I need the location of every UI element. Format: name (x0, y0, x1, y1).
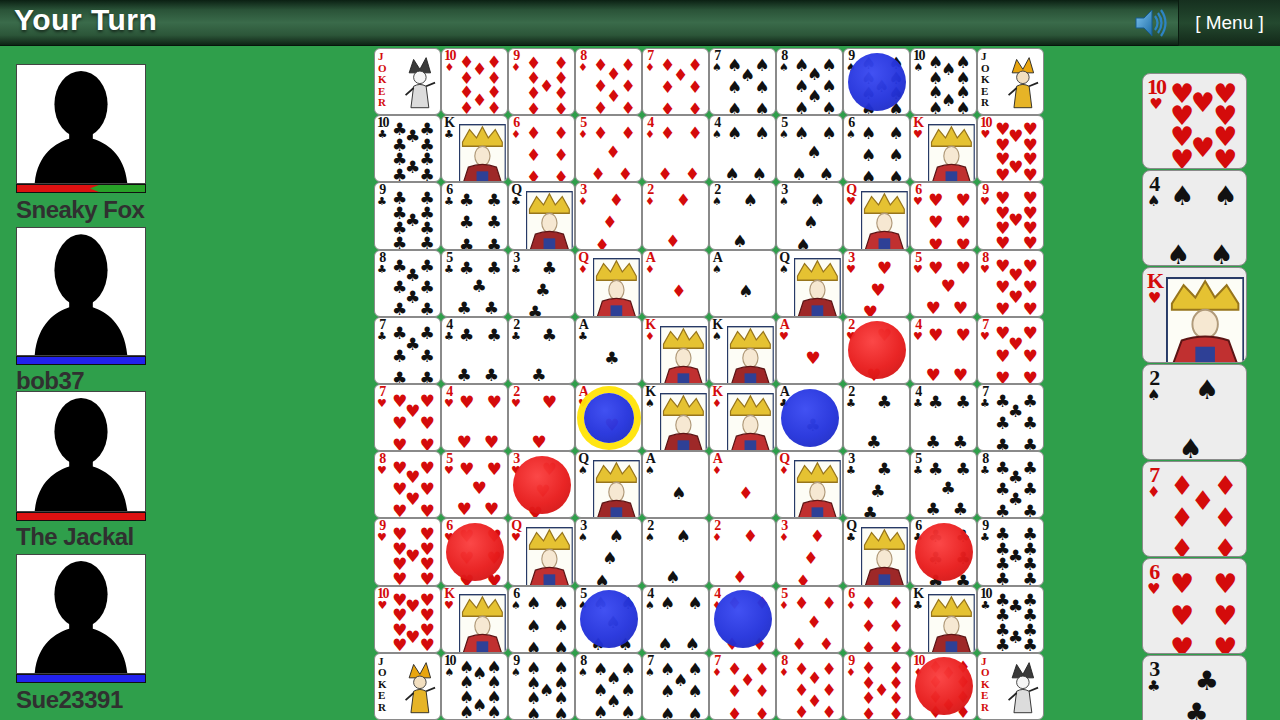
board-cell-r10c5[interactable]: 7♠♠♠♠♠♠♠♠ (642, 653, 709, 720)
suit-pip: ♥ (1008, 159, 1023, 176)
face-card-portrait (526, 191, 573, 249)
card-index: Q♦ (578, 251, 588, 275)
joker-jester-icon (402, 659, 438, 716)
board-cell-r3c5[interactable]: 2♦♦♦ (642, 182, 709, 249)
board-cell-r7c8[interactable]: 3♣♣♣♣ (843, 451, 910, 518)
suit-pip: ♣ (953, 434, 968, 451)
board-cell-r1c5[interactable]: 7♦♦♦♦♦♦♦♦ (642, 48, 709, 115)
face-card-portrait (660, 393, 707, 451)
board-cell-r9c9[interactable]: K♣ (910, 586, 977, 653)
suit-pip: ♣ (486, 259, 501, 276)
board-cell-r4c2[interactable]: 5♣♣♣♣♣♣ (441, 250, 508, 317)
board-cell-r5c2[interactable]: 4♣♣♣♣♣ (441, 317, 508, 384)
suit-pip: ♠ (594, 572, 609, 585)
board-cell-r10c9[interactable]: 10♦♦♦♦♦♦♦♦♦♦♦ (910, 653, 977, 720)
card-index: 10♥ (1147, 76, 1165, 112)
board-cell-r3c2[interactable]: 6♣♣♣♣♣♣♣ (441, 182, 508, 249)
board-cell-r4c9[interactable]: 5♥♥♥♥♥♥ (910, 250, 977, 317)
suit-pip: ♣ (392, 347, 407, 364)
board-cell-r5c8[interactable]: 2♥♥♥ (843, 317, 910, 384)
suit-pip: ♥ (995, 166, 1010, 182)
suit-pip: ♦ (1213, 471, 1237, 498)
suit-pip: ♦ (620, 77, 635, 94)
suit-pip: ♥ (1213, 634, 1237, 654)
board-cell-r10c6[interactable]: 7♦♦♦♦♦♦♦♦ (709, 653, 776, 720)
card-index: K♣ (913, 587, 923, 611)
suit-pip: ♦ (754, 683, 769, 700)
game-board: JOKER10♦♦♦♦♦♦♦♦♦♦♦9♦♦♦♦♦♦♦♦♦♦8♦♦♦♦♦♦♦♦♦7… (374, 48, 1044, 720)
suit-pip: ♥ (419, 392, 434, 409)
suit-pip: ♥ (405, 629, 420, 646)
board-cell-r2c1[interactable]: 10♣♣♣♣♣♣♣♣♣♣♣ (374, 115, 441, 182)
board-cell-r10c2[interactable]: 10♠♠♠♠♠♠♠♠♠♠♠ (441, 653, 508, 720)
suit-pip: ♦ (687, 125, 702, 142)
card-index: 7♣ (980, 385, 990, 409)
board-cell-r3c4[interactable]: 3♦♦♦♦ (575, 182, 642, 249)
suit-pip: ♠ (553, 639, 568, 652)
board-cell-r4c8[interactable]: 3♥♥♥♥ (843, 250, 910, 317)
board-cell-r9c5[interactable]: 4♠♠♠♠♠ (642, 586, 709, 653)
card-index: 9♥ (377, 519, 387, 543)
suit-pip: ♣ (419, 235, 434, 250)
board-cell-r2c4[interactable]: 5♦♦♦♦♦♦ (575, 115, 642, 182)
hand-card-10H[interactable]: 10♥♥♥♥♥♥♥♥♥♥♥ (1142, 73, 1247, 169)
suit-pip: ♣ (925, 434, 940, 451)
suit-pip: ♥ (542, 393, 557, 410)
board-cell-r5c1[interactable]: 7♣♣♣♣♣♣♣♣ (374, 317, 441, 384)
board-cell-r4c5[interactable]: A♦♦ (642, 250, 709, 317)
board-cell-r1c1[interactable]: JOKER (374, 48, 441, 115)
suit-pip: ♣ (1008, 598, 1023, 615)
blue-chip (848, 53, 906, 111)
suit-pip: ♣ (995, 637, 1010, 653)
board-cell-r8c3[interactable]: Q♥ (508, 518, 575, 585)
suit-pip: ♥ (456, 434, 471, 451)
suit-pip: ♠ (606, 670, 621, 687)
suit-pip: ♥ (1022, 301, 1037, 317)
suit-pip: ♠ (738, 282, 753, 299)
card-index: 10♠ (913, 49, 924, 73)
suit-pip: ♥ (928, 214, 943, 231)
board-cell-r10c8[interactable]: 9♦♦♦♦♦♦♦♦♦♦ (843, 653, 910, 720)
suit-pip: ♣ (392, 301, 407, 317)
face-card-portrait (727, 326, 774, 384)
board-cell-r3c10[interactable]: 9♥♥♥♥♥♥♥♥♥♥ (977, 182, 1044, 249)
board-cell-r5c9[interactable]: 4♥♥♥♥♥ (910, 317, 977, 384)
suit-pip: ♣ (459, 214, 474, 231)
board-cell-r8c4[interactable]: 3♠♠♠♠ (575, 518, 642, 585)
suit-pip: ♥ (1170, 634, 1194, 654)
board-cell-r1c4[interactable]: 8♦♦♦♦♦♦♦♦♦ (575, 48, 642, 115)
suit-pip: ♦ (1213, 503, 1237, 530)
board-cell-r6c9[interactable]: 4♣♣♣♣♣ (910, 384, 977, 451)
board-cell-r5c3[interactable]: 2♣♣♣ (508, 317, 575, 384)
board-cell-r9c1[interactable]: 10♥♥♥♥♥♥♥♥♥♥♥ (374, 586, 441, 653)
board-cell-r1c3[interactable]: 9♦♦♦♦♦♦♦♦♦♦ (508, 48, 575, 115)
board-cell-r9c2[interactable]: K♥ (441, 586, 508, 653)
suit-pip: ♣ (877, 393, 892, 410)
board-cell-r9c7[interactable]: 5♦♦♦♦♦♦ (776, 586, 843, 653)
board-cell-r3c7[interactable]: 3♠♠♠♠ (776, 182, 843, 249)
card-index: 5♣ (913, 452, 923, 476)
player-avatar (16, 554, 146, 674)
suit-pip: ♣ (419, 369, 434, 384)
card-index: 6♥ (913, 183, 923, 207)
suit-pip: ♦ (526, 169, 541, 182)
board-cell-r1c7[interactable]: 8♠♠♠♠♠♠♠♠♠ (776, 48, 843, 115)
suit-pip: ♥ (1170, 602, 1194, 629)
board-cell-r1c10[interactable]: JOKER (977, 48, 1044, 115)
suit-pip: ♣ (925, 501, 940, 518)
suit-pip: ♣ (955, 393, 970, 410)
board-cell-r5c6[interactable]: K♠ (709, 317, 776, 384)
suit-pip: ♣ (1008, 468, 1023, 485)
suit-pip: ♦ (1170, 535, 1194, 557)
joker-jester-icon (1005, 659, 1041, 716)
suit-pip: ♥ (459, 393, 474, 410)
suit-pip: ♣ (459, 192, 474, 209)
suit-pip: ♣ (1022, 392, 1037, 409)
suit-pip: ♣ (486, 326, 501, 343)
board-cell-r6c5[interactable]: K♠ (642, 384, 709, 451)
suit-pip: ♣ (995, 571, 1010, 586)
suit-pip: ♥ (419, 480, 434, 497)
suit-pip: ♣ (486, 214, 501, 231)
player-timer-bar (16, 184, 146, 193)
card-index: 4♠ (1147, 173, 1160, 209)
board-cell-r10c10[interactable]: JOKER (977, 653, 1044, 720)
suit-pip: ♠ (794, 99, 809, 115)
board-cell-r4c1[interactable]: 8♣♣♣♣♣♣♣♣♣ (374, 250, 441, 317)
suit-pip: ♠ (794, 125, 809, 142)
card-index: 7♥ (377, 385, 387, 409)
suit-pip: ♠ (526, 595, 541, 612)
board-cell-r10c1[interactable]: JOKER (374, 653, 441, 720)
board-cell-r1c8[interactable]: 9♠♠♠♠♠♠♠♠♠♠ (843, 48, 910, 115)
card-index: K♠ (645, 385, 655, 409)
suit-pip: ♦ (803, 550, 818, 567)
suit-pip: ♥ (1008, 267, 1023, 284)
suit-pip: ♠ (1178, 434, 1202, 460)
face-card-portrait (928, 124, 975, 182)
suit-pip: ♥ (419, 637, 434, 653)
card-index: 9♦ (511, 49, 521, 73)
board-cell-r3c6[interactable]: 2♠♠♠ (709, 182, 776, 249)
hand-card-4S[interactable]: 4♠♠♠♠♠ (1142, 170, 1247, 266)
suit-pip: ♥ (1170, 145, 1194, 169)
suit-pip: ♣ (928, 461, 943, 478)
suit-pip: ♣ (405, 335, 420, 352)
board-cell-r2c7[interactable]: 5♠♠♠♠♠♠ (776, 115, 843, 182)
player-timer-bar (16, 674, 146, 683)
suit-pip: ♠ (620, 704, 635, 720)
board-cell-r2c10[interactable]: 10♥♥♥♥♥♥♥♥♥♥♥ (977, 115, 1044, 182)
hand-card-3C[interactable]: 3♣♣♣♣ (1142, 655, 1247, 720)
board-cell-r6c6[interactable]: K♦ (709, 384, 776, 451)
board-cell-r7c9[interactable]: 5♣♣♣♣♣♣ (910, 451, 977, 518)
hand-card-6H[interactable]: 6♥♥♥♥♥♥♥ (1142, 558, 1247, 654)
board-cell-r7c2[interactable]: 5♥♥♥♥♥♥ (441, 451, 508, 518)
suit-pip: ♥ (955, 259, 970, 276)
board-cell-r6c1[interactable]: 7♥♥♥♥♥♥♥♥ (374, 384, 441, 451)
suit-pip: ♠ (861, 147, 876, 164)
card-index: K♥ (444, 587, 454, 611)
joker-label: JOKER (981, 51, 990, 109)
suit-pip: ♠ (821, 77, 836, 94)
suit-pip: ♦ (459, 99, 474, 115)
card-index: 6♥ (1147, 561, 1160, 597)
player-name: The Jackal (16, 523, 134, 551)
board-cell-r9c10[interactable]: 10♣♣♣♣♣♣♣♣♣♣♣ (977, 586, 1044, 653)
board-cell-r6c8[interactable]: 2♣♣♣ (843, 384, 910, 451)
suit-pip: ♦ (553, 169, 568, 182)
suit-pip: ♠ (1166, 240, 1190, 266)
suit-pip: ♣ (1195, 667, 1219, 694)
card-index: A♥ (779, 318, 789, 342)
blue-chip-last-move (584, 393, 634, 443)
card-index: 8♠ (578, 654, 588, 678)
board-cell-r8c2[interactable]: 6♥♥♥♥♥♥♥ (441, 518, 508, 585)
board-cell-r1c9[interactable]: 10♠♠♠♠♠♠♠♠♠♠♠ (910, 48, 977, 115)
suit-pip: ♥ (995, 301, 1010, 317)
board-cell-r9c4[interactable]: 5♠♠♠♠♠♠ (575, 586, 642, 653)
suit-pip: ♠ (821, 56, 836, 73)
board-cell-r3c9[interactable]: 6♥♥♥♥♥♥♥ (910, 182, 977, 249)
suit-pip: ♥ (471, 479, 486, 496)
suit-pip: ♣ (1022, 436, 1037, 451)
suit-pip: ♥ (419, 436, 434, 451)
card-index: A♣ (578, 318, 588, 342)
card-index: 7♦ (712, 654, 722, 678)
suit-pip: ♠ (673, 671, 688, 688)
suit-pip: ♦ (888, 639, 903, 652)
board-cell-r7c3[interactable]: 3♥♥♥♥ (508, 451, 575, 518)
suit-pip: ♥ (456, 501, 471, 518)
board-cell-r3c1[interactable]: 9♣♣♣♣♣♣♣♣♣♣ (374, 182, 441, 249)
player-timer-bar (16, 356, 146, 365)
board-cell-r5c5[interactable]: K♦ (642, 317, 709, 384)
joker-jester-icon (1005, 54, 1041, 111)
suit-pip: ♥ (1213, 570, 1237, 597)
board-cell-r7c4[interactable]: Q♠ (575, 451, 642, 518)
player-name: Sue23391 (16, 686, 123, 714)
suit-pip: ♣ (405, 267, 420, 284)
board-cell-r2c2[interactable]: K♣ (441, 115, 508, 182)
player-avatar (16, 391, 146, 512)
board-cell-r5c10[interactable]: 7♥♥♥♥♥♥♥♥ (977, 317, 1044, 384)
suit-pip: ♦ (732, 568, 747, 585)
board-cell-r8c7[interactable]: 3♦♦♦♦ (776, 518, 843, 585)
card-index: Q♦ (779, 452, 789, 476)
card-index: 4♠ (712, 116, 722, 140)
board-cell-r2c6[interactable]: 4♠♠♠♠♠ (709, 115, 776, 182)
suit-pip: ♠ (676, 528, 691, 545)
suit-pip: ♦ (1170, 503, 1194, 530)
suit-pip: ♥ (862, 303, 877, 316)
suit-pip: ♥ (1008, 211, 1023, 228)
card-index: 9♣ (377, 183, 387, 207)
card-index: 7♦ (1147, 464, 1160, 500)
board-cell-r4c6[interactable]: A♠♠ (709, 250, 776, 317)
suit-pip: ♠ (754, 100, 769, 115)
suit-pip: ♦ (794, 595, 809, 612)
suit-pip: ♦ (821, 682, 836, 699)
suit-pip: ♦ (738, 484, 753, 501)
board-cell-r4c7[interactable]: Q♠ (776, 250, 843, 317)
suit-pip: ♠ (660, 705, 675, 720)
face-card-portrait (459, 124, 506, 182)
card-index: 7♠ (645, 654, 655, 678)
joker-label: JOKER (378, 51, 387, 109)
suit-pip: ♥ (1008, 335, 1023, 352)
board-cell-r3c8[interactable]: Q♥ (843, 182, 910, 249)
board-cell-r7c5[interactable]: A♠♠ (642, 451, 709, 518)
board-cell-r6c7[interactable]: A♣♣ (776, 384, 843, 451)
card-index: 9♦ (846, 654, 856, 678)
board-cell-r9c8[interactable]: 6♦♦♦♦♦♦♦ (843, 586, 910, 653)
suit-pip: ♠ (754, 56, 769, 73)
card-index: K♣ (444, 116, 454, 140)
board-cell-r7c6[interactable]: A♦♦ (709, 451, 776, 518)
card-index: Q♥ (511, 519, 521, 543)
board-cell-r8c5[interactable]: 2♠♠♠ (642, 518, 709, 585)
player-timer-bar (16, 512, 146, 521)
suit-pip: ♠ (791, 165, 806, 182)
board-cell-r4c10[interactable]: 8♥♥♥♥♥♥♥♥♥ (977, 250, 1044, 317)
suit-pip: ♠ (1170, 182, 1194, 209)
board-cell-r8c9[interactable]: 6♣♣♣♣♣♣♣ (910, 518, 977, 585)
face-card-portrait (861, 527, 908, 585)
board-cell-r9c6[interactable]: 4♦♦♦♦♦ (709, 586, 776, 653)
face-card-portrait (526, 527, 573, 585)
suit-pip: ♠ (888, 147, 903, 164)
suit-pip: ♥ (995, 369, 1010, 384)
suit-pip: ♠ (819, 165, 834, 182)
suit-pip: ♣ (928, 393, 943, 410)
hand-card-KH[interactable]: K♥ (1142, 267, 1247, 363)
suit-pip: ♥ (928, 236, 943, 249)
board-cell-r7c10[interactable]: 8♣♣♣♣♣♣♣♣♣ (977, 451, 1044, 518)
suit-pip: ♦ (740, 671, 755, 688)
suit-pip: ♥ (1170, 570, 1194, 597)
suit-pip: ♦ (807, 692, 822, 709)
board-cell-r3c3[interactable]: Q♣ (508, 182, 575, 249)
suit-pip: ♠ (806, 144, 821, 161)
suit-pip: ♠ (526, 639, 541, 652)
suit-pip: ♣ (405, 211, 420, 228)
suit-pip: ♣ (1022, 637, 1037, 653)
suit-pip: ♥ (392, 571, 407, 586)
card-index: 7♠ (712, 49, 722, 73)
board-cell-r8c1[interactable]: 9♥♥♥♥♥♥♥♥♥♥ (374, 518, 441, 585)
board-cell-r6c4[interactable]: A♥♥ (575, 384, 642, 451)
suit-pip: ♣ (866, 434, 881, 451)
suit-pip: ♠ (687, 595, 702, 612)
suit-pip: ♦ (590, 165, 605, 182)
board-cell-r4c3[interactable]: 3♣♣♣♣ (508, 250, 575, 317)
suit-pip: ♣ (419, 325, 434, 342)
suit-pip: ♦ (539, 77, 554, 94)
board-cell-r8c8[interactable]: Q♣ (843, 518, 910, 585)
suit-pip: ♦ (671, 282, 686, 299)
suit-pip: ♣ (392, 235, 407, 250)
card-index: 2♥ (511, 385, 521, 409)
suit-pip: ♥ (870, 281, 885, 298)
board-cell-r7c1[interactable]: 8♥♥♥♥♥♥♥♥♥ (374, 451, 441, 518)
card-index: 8♣ (980, 452, 990, 476)
menu-button[interactable]: [ Menu ] (1178, 0, 1280, 46)
board-cell-r2c8[interactable]: 6♠♠♠♠♠♠♠ (843, 115, 910, 182)
board-cell-r1c6[interactable]: 7♠♠♠♠♠♠♠♠ (709, 48, 776, 115)
suit-pip: ♠ (657, 635, 672, 652)
board-cell-r1c2[interactable]: 10♦♦♦♦♦♦♦♦♦♦♦ (441, 48, 508, 115)
suit-pip: ♥ (1022, 279, 1037, 296)
board-cell-r4c4[interactable]: Q♦ (575, 250, 642, 317)
board-cell-r5c4[interactable]: A♣♣ (575, 317, 642, 384)
hand-card-7D[interactable]: 7♦♦♦♦♦♦♦♦ (1142, 461, 1247, 557)
suit-pip: ♥ (484, 434, 499, 451)
suit-pip: ♦ (593, 99, 608, 115)
board-cell-r10c3[interactable]: 9♠♠♠♠♠♠♠♠♠♠ (508, 653, 575, 720)
card-index: 10♣ (377, 116, 388, 140)
suit-pip: ♦ (687, 56, 702, 73)
suit-pip: ♦ (526, 100, 541, 115)
board-cell-r8c10[interactable]: 9♣♣♣♣♣♣♣♣♣♣ (977, 518, 1044, 585)
board-cell-r5c7[interactable]: A♥♥ (776, 317, 843, 384)
suit-pip: ♦ (861, 639, 876, 652)
suit-pip: ♣ (1008, 629, 1023, 646)
suit-pip: ♦ (754, 661, 769, 678)
suit-pip: ♣ (419, 166, 434, 182)
board-cell-r10c4[interactable]: 8♠♠♠♠♠♠♠♠♠ (575, 653, 642, 720)
suit-pip: ♠ (727, 125, 742, 142)
card-index: 5♥ (444, 452, 454, 476)
suit-pip: ♥ (877, 259, 892, 276)
board-cell-r9c3[interactable]: 6♠♠♠♠♠♠♠ (508, 586, 575, 653)
suit-pip: ♦ (665, 232, 680, 249)
suit-pip: ♦ (620, 125, 635, 142)
speaker-icon[interactable] (1134, 6, 1170, 40)
suit-pip: ♦ (605, 144, 620, 161)
board-cell-r6c3[interactable]: 2♥♥♥ (508, 384, 575, 451)
suit-pip: ♣ (419, 279, 434, 296)
suit-pip: ♠ (553, 705, 568, 720)
suit-pip: ♣ (870, 483, 885, 500)
card-index: 4♣ (444, 318, 454, 342)
suit-pip: ♣ (1022, 480, 1037, 497)
suit-pip: ♦ (727, 705, 742, 720)
suit-pip: ♠ (486, 704, 501, 720)
board-cell-r10c7[interactable]: 8♦♦♦♦♦♦♦♦♦ (776, 653, 843, 720)
suit-pip: ♠ (955, 99, 970, 115)
board-cell-r2c5[interactable]: 4♦♦♦♦♦ (642, 115, 709, 182)
board-cell-r7c7[interactable]: Q♦ (776, 451, 843, 518)
board-cell-r8c6[interactable]: 2♦♦♦ (709, 518, 776, 585)
suit-pip: ♦ (687, 78, 702, 95)
board-cell-r6c10[interactable]: 7♣♣♣♣♣♣♣♣ (977, 384, 1044, 451)
card-index: 3♠ (578, 519, 588, 543)
board-cell-r6c2[interactable]: 4♥♥♥♥♥ (441, 384, 508, 451)
suit-pip: ♠ (724, 165, 739, 182)
suit-pip: ♣ (531, 367, 546, 384)
red-chip (915, 523, 973, 581)
board-cell-r2c3[interactable]: 6♦♦♦♦♦♦♦ (508, 115, 575, 182)
board-cell-r2c9[interactable]: K♥ (910, 115, 977, 182)
suit-pip: ♠ (795, 236, 810, 249)
hand-card-2S[interactable]: 2♠♠♠ (1142, 364, 1247, 460)
suit-pip: ♥ (1022, 325, 1037, 342)
card-index: 5♦ (578, 116, 588, 140)
